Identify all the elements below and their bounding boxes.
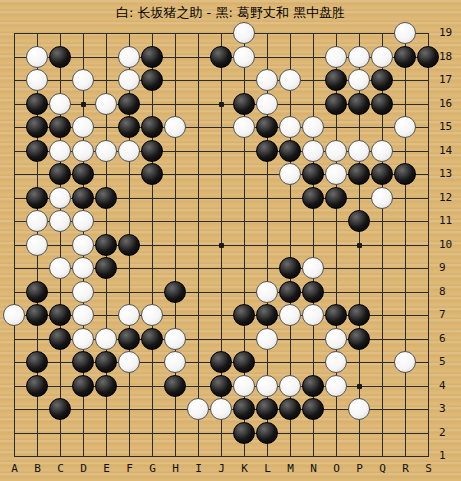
column-label-s: S	[417, 462, 440, 475]
white-stone	[26, 46, 48, 68]
black-stone	[118, 234, 140, 256]
black-stone	[371, 69, 393, 91]
black-stone	[95, 375, 117, 397]
white-stone	[394, 116, 416, 138]
black-stone	[302, 163, 324, 185]
white-stone	[72, 234, 94, 256]
black-stone	[233, 398, 255, 420]
white-stone	[325, 140, 347, 162]
black-stone	[325, 187, 347, 209]
white-stone	[394, 22, 416, 44]
black-stone	[348, 163, 370, 185]
white-stone	[371, 46, 393, 68]
white-stone	[49, 140, 71, 162]
white-stone	[72, 328, 94, 350]
black-stone	[302, 398, 324, 420]
black-stone	[210, 375, 232, 397]
black-stone	[279, 140, 301, 162]
column-label-d: D	[72, 462, 95, 475]
black-stone	[26, 281, 48, 303]
white-stone	[72, 210, 94, 232]
black-stone	[256, 116, 278, 138]
white-stone	[3, 304, 25, 326]
row-label-19: 19	[439, 26, 461, 39]
white-stone	[302, 304, 324, 326]
black-stone	[72, 163, 94, 185]
black-stone	[348, 210, 370, 232]
star-point	[219, 243, 224, 248]
black-stone	[49, 398, 71, 420]
black-stone	[72, 187, 94, 209]
black-stone	[256, 422, 278, 444]
black-stone	[371, 163, 393, 185]
black-stone	[164, 281, 186, 303]
black-stone	[164, 375, 186, 397]
game-title: 白: 长坂猪之助 - 黑: 葛野丈和 黑中盘胜	[0, 4, 461, 22]
black-stone	[141, 328, 163, 350]
black-stone	[49, 116, 71, 138]
black-stone	[279, 398, 301, 420]
white-stone	[348, 398, 370, 420]
star-point	[357, 384, 362, 389]
white-stone	[233, 116, 255, 138]
black-stone	[118, 116, 140, 138]
white-stone	[279, 116, 301, 138]
column-label-g: G	[141, 462, 164, 475]
column-label-m: M	[279, 462, 302, 475]
black-stone	[325, 304, 347, 326]
column-label-r: R	[394, 462, 417, 475]
white-stone	[279, 69, 301, 91]
white-stone	[187, 398, 209, 420]
column-label-b: B	[26, 462, 49, 475]
row-label-16: 16	[439, 97, 461, 110]
black-stone	[26, 93, 48, 115]
white-stone	[141, 304, 163, 326]
row-label-6: 6	[439, 332, 461, 345]
white-stone	[325, 351, 347, 373]
column-label-n: N	[302, 462, 325, 475]
black-stone	[26, 187, 48, 209]
column-label-f: F	[118, 462, 141, 475]
black-stone	[233, 351, 255, 373]
white-stone	[49, 210, 71, 232]
white-stone	[72, 69, 94, 91]
white-stone	[49, 187, 71, 209]
white-stone	[233, 375, 255, 397]
row-label-13: 13	[439, 167, 461, 180]
white-stone	[164, 116, 186, 138]
black-stone	[348, 93, 370, 115]
black-stone	[141, 140, 163, 162]
black-stone	[26, 116, 48, 138]
black-stone	[210, 351, 232, 373]
black-stone	[141, 163, 163, 185]
white-stone	[95, 328, 117, 350]
black-stone	[26, 140, 48, 162]
row-label-18: 18	[439, 50, 461, 63]
black-stone	[233, 422, 255, 444]
black-stone	[49, 304, 71, 326]
white-stone	[118, 140, 140, 162]
column-label-i: I	[187, 462, 210, 475]
white-stone	[256, 375, 278, 397]
column-label-l: L	[256, 462, 279, 475]
white-stone	[95, 93, 117, 115]
white-stone	[118, 304, 140, 326]
white-stone	[164, 328, 186, 350]
black-stone	[49, 328, 71, 350]
white-stone	[256, 328, 278, 350]
black-stone	[72, 351, 94, 373]
black-stone	[256, 398, 278, 420]
column-label-o: O	[325, 462, 348, 475]
black-stone	[95, 351, 117, 373]
black-stone	[302, 281, 324, 303]
row-label-7: 7	[439, 308, 461, 321]
white-stone	[256, 93, 278, 115]
row-label-5: 5	[439, 355, 461, 368]
row-label-4: 4	[439, 379, 461, 392]
black-stone	[302, 187, 324, 209]
black-stone	[233, 93, 255, 115]
board-gridline-horizontal	[14, 433, 429, 434]
white-stone	[302, 140, 324, 162]
white-stone	[26, 234, 48, 256]
row-label-15: 15	[439, 120, 461, 133]
white-stone	[394, 351, 416, 373]
black-stone	[394, 46, 416, 68]
white-stone	[233, 22, 255, 44]
white-stone	[371, 140, 393, 162]
white-stone	[302, 257, 324, 279]
black-stone	[26, 375, 48, 397]
white-stone	[256, 281, 278, 303]
white-stone	[72, 140, 94, 162]
board-gridline-horizontal	[14, 456, 429, 457]
white-stone	[26, 69, 48, 91]
row-label-8: 8	[439, 285, 461, 298]
white-stone	[325, 46, 347, 68]
white-stone	[118, 69, 140, 91]
star-point	[357, 243, 362, 248]
white-stone	[325, 375, 347, 397]
black-stone	[141, 46, 163, 68]
column-label-p: P	[348, 462, 371, 475]
white-stone	[118, 46, 140, 68]
black-stone	[49, 163, 71, 185]
white-stone	[164, 351, 186, 373]
star-point	[219, 102, 224, 107]
white-stone	[279, 375, 301, 397]
white-stone	[325, 328, 347, 350]
black-stone	[95, 257, 117, 279]
column-label-q: Q	[371, 462, 394, 475]
black-stone	[348, 328, 370, 350]
black-stone	[49, 46, 71, 68]
black-stone	[141, 116, 163, 138]
white-stone	[348, 69, 370, 91]
black-stone	[417, 46, 439, 68]
column-label-a: A	[3, 462, 26, 475]
black-stone	[256, 140, 278, 162]
white-stone	[279, 163, 301, 185]
white-stone	[72, 281, 94, 303]
black-stone	[141, 69, 163, 91]
black-stone	[26, 351, 48, 373]
white-stone	[72, 304, 94, 326]
row-label-17: 17	[439, 73, 461, 86]
white-stone	[210, 398, 232, 420]
white-stone	[348, 46, 370, 68]
black-stone	[325, 69, 347, 91]
black-stone	[118, 93, 140, 115]
black-stone	[325, 93, 347, 115]
board-gridline-vertical	[428, 33, 429, 457]
row-label-3: 3	[439, 402, 461, 415]
white-stone	[49, 93, 71, 115]
column-label-h: H	[164, 462, 187, 475]
white-stone	[118, 351, 140, 373]
black-stone	[348, 304, 370, 326]
white-stone	[26, 210, 48, 232]
row-label-12: 12	[439, 191, 461, 204]
black-stone	[279, 281, 301, 303]
black-stone	[210, 46, 232, 68]
white-stone	[348, 140, 370, 162]
board-gridline-vertical	[405, 33, 406, 457]
black-stone	[26, 304, 48, 326]
white-stone	[233, 46, 255, 68]
star-point	[81, 102, 86, 107]
black-stone	[302, 375, 324, 397]
black-stone	[256, 304, 278, 326]
white-stone	[325, 163, 347, 185]
black-stone	[118, 328, 140, 350]
white-stone	[72, 116, 94, 138]
row-label-1: 1	[439, 449, 461, 462]
black-stone	[394, 163, 416, 185]
white-stone	[371, 187, 393, 209]
column-label-c: C	[49, 462, 72, 475]
row-label-2: 2	[439, 426, 461, 439]
white-stone	[72, 257, 94, 279]
row-label-14: 14	[439, 144, 461, 157]
white-stone	[256, 69, 278, 91]
black-stone	[371, 93, 393, 115]
black-stone	[72, 375, 94, 397]
black-stone	[95, 234, 117, 256]
white-stone	[49, 257, 71, 279]
black-stone	[95, 187, 117, 209]
black-stone	[279, 257, 301, 279]
black-stone	[233, 304, 255, 326]
row-label-10: 10	[439, 238, 461, 251]
column-label-j: J	[210, 462, 233, 475]
row-label-11: 11	[439, 214, 461, 227]
white-stone	[279, 304, 301, 326]
column-label-e: E	[95, 462, 118, 475]
white-stone	[95, 140, 117, 162]
white-stone	[302, 116, 324, 138]
column-label-k: K	[233, 462, 256, 475]
row-label-9: 9	[439, 261, 461, 274]
